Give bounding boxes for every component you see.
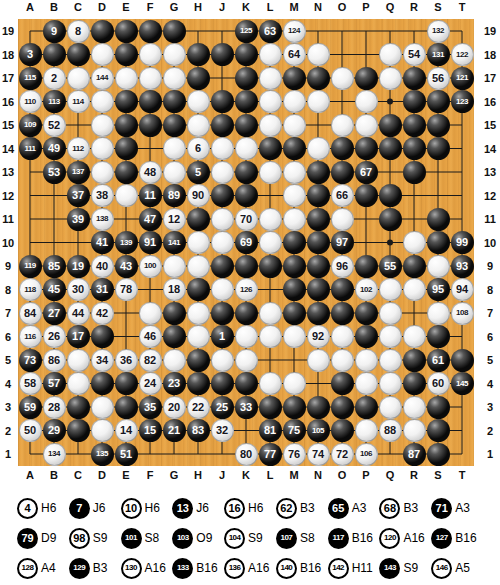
stone-K19: 125 — [235, 20, 258, 43]
move-number: 118 — [24, 286, 35, 294]
stone-M7 — [283, 302, 306, 325]
legend-stone: 133 — [172, 558, 193, 579]
stone-C16: 114 — [67, 90, 90, 113]
coord-label-top-S: S — [434, 1, 441, 13]
stone-G9 — [163, 255, 186, 278]
stone-O10: 97 — [331, 231, 354, 254]
move-number: 37 — [72, 190, 84, 201]
coord-label-right-12: 12 — [484, 190, 496, 202]
stone-J11 — [211, 208, 234, 231]
move-number: 106 — [360, 450, 372, 458]
coord-label-top-B: B — [50, 1, 58, 13]
stone-J3: 25 — [211, 396, 234, 419]
stone-L17 — [259, 67, 282, 90]
stone-S4: 60 — [427, 372, 450, 395]
stone-F7 — [139, 302, 162, 325]
legend-entry: 143S9 — [379, 558, 431, 579]
move-number: 121 — [456, 74, 468, 82]
move-number: 8 — [75, 26, 81, 37]
legend-coord: B16 — [300, 561, 321, 575]
move-number: 31 — [96, 284, 108, 295]
stone-N6: 92 — [307, 325, 330, 348]
stone-Q12 — [379, 184, 402, 207]
stone-G11: 12 — [163, 208, 186, 231]
stone-B2: 29 — [43, 419, 66, 442]
stone-B4: 57 — [43, 372, 66, 395]
legend-entry: 101S8 — [121, 528, 173, 549]
legend-coord: D9 — [41, 531, 56, 545]
stone-D1: 135 — [91, 443, 114, 466]
move-number: 58 — [24, 378, 36, 389]
stone-K14 — [235, 137, 258, 160]
stone-F19 — [139, 20, 162, 43]
stone-L18 — [259, 43, 282, 66]
legend-coord: S8 — [300, 531, 315, 545]
stone-D18 — [91, 43, 114, 66]
go-game-diagram: 9812563124132364541311221152144561211101… — [0, 0, 500, 585]
stone-K5 — [235, 349, 258, 372]
stone-D9: 40 — [91, 255, 114, 278]
stone-L4 — [259, 372, 282, 395]
stone-C6: 17 — [67, 325, 90, 348]
move-number: 21 — [168, 425, 180, 436]
stone-F11: 47 — [139, 208, 162, 231]
stone-B1: 134 — [43, 443, 66, 466]
move-number: 1 — [219, 331, 225, 342]
stone-G4: 23 — [163, 372, 186, 395]
stone-M2: 75 — [283, 419, 306, 442]
stone-M3 — [283, 396, 306, 419]
legend-entry: 10H6 — [121, 498, 173, 519]
move-number: 90 — [192, 190, 204, 201]
legend-entry: 129B3 — [69, 558, 121, 579]
go-board[interactable]: 9812563124132364541311221152144561211101… — [18, 19, 474, 466]
stone-E2: 14 — [115, 419, 138, 442]
stone-R5 — [403, 349, 426, 372]
legend-coord: S8 — [145, 531, 160, 545]
move-number: 36 — [120, 355, 132, 366]
stone-R14 — [403, 137, 426, 160]
move-number: 124 — [288, 27, 300, 35]
stone-M14 — [283, 137, 306, 160]
stone-A3: 59 — [19, 396, 42, 419]
coord-label-right-4: 4 — [487, 378, 493, 390]
coord-label-left-15: 15 — [2, 119, 14, 131]
legend-coord: B16 — [455, 531, 476, 545]
legend-stone: 4 — [17, 498, 38, 519]
stone-P1: 106 — [355, 443, 378, 466]
move-number: 113 — [48, 98, 59, 106]
legend-stone: 117 — [328, 528, 349, 549]
stone-C19: 8 — [67, 20, 90, 43]
legend-entry: 136A16 — [224, 558, 276, 579]
coord-label-left-3: 3 — [5, 401, 11, 413]
legend-entry: 140B16 — [276, 558, 328, 579]
stone-E10: 139 — [115, 231, 138, 254]
move-number: 11 — [144, 190, 156, 201]
stone-J5 — [211, 349, 234, 372]
stone-J16 — [211, 90, 234, 113]
stone-D16 — [91, 90, 114, 113]
stone-J9 — [211, 255, 234, 278]
move-number: 132 — [432, 27, 444, 35]
stone-K18 — [235, 43, 258, 66]
stone-O17 — [331, 67, 354, 90]
stone-Q6 — [379, 325, 402, 348]
coord-label-bottom-J: J — [219, 469, 225, 481]
stone-O4 — [331, 372, 354, 395]
stone-P13: 67 — [355, 161, 378, 184]
legend-entry: 4H6 — [17, 498, 69, 519]
stone-H3: 22 — [187, 396, 210, 419]
stone-D13 — [91, 161, 114, 184]
coord-label-bottom-G: G — [170, 469, 179, 481]
stone-M16 — [283, 90, 306, 113]
legend-entry: 130A16 — [121, 558, 173, 579]
coord-label-left-1: 1 — [5, 448, 11, 460]
stone-R15 — [403, 114, 426, 137]
stone-J6: 1 — [211, 325, 234, 348]
move-number: 85 — [48, 261, 60, 272]
move-number: 28 — [48, 402, 60, 413]
legend-coord: B16 — [352, 531, 373, 545]
move-number: 134 — [48, 450, 60, 458]
stone-O8 — [331, 278, 354, 301]
coord-label-left-9: 9 — [5, 260, 11, 272]
stone-R2 — [403, 419, 426, 442]
legend-coord: B3 — [403, 501, 418, 515]
coord-label-bottom-O: O — [338, 469, 347, 481]
stone-Q9: 55 — [379, 255, 402, 278]
stone-Q5 — [379, 349, 402, 372]
coord-label-left-7: 7 — [5, 307, 11, 319]
move-number: 32 — [216, 425, 228, 436]
move-number: 29 — [48, 425, 60, 436]
move-number: 110 — [24, 98, 35, 106]
stone-N5 — [307, 349, 330, 372]
stone-R1: 87 — [403, 443, 426, 466]
stone-M9 — [283, 255, 306, 278]
coord-label-top-K: K — [242, 1, 250, 13]
legend-stone: 10 — [121, 498, 142, 519]
stone-M1: 76 — [283, 443, 306, 466]
stone-J10 — [211, 231, 234, 254]
stone-L7 — [259, 302, 282, 325]
stone-G16 — [163, 90, 186, 113]
stone-D5: 34 — [91, 349, 114, 372]
legend-coord: H6 — [41, 501, 56, 515]
legend-stone: 146 — [431, 558, 452, 579]
coord-label-bottom-T: T — [459, 469, 466, 481]
stone-F16 — [139, 90, 162, 113]
stone-E9: 43 — [115, 255, 138, 278]
move-number: 5 — [195, 167, 201, 178]
stone-N14 — [307, 137, 330, 160]
stone-P17 — [355, 67, 378, 90]
stone-S14 — [427, 137, 450, 160]
stone-E15 — [115, 114, 138, 137]
stone-D11: 138 — [91, 208, 114, 231]
stone-R16 — [403, 90, 426, 113]
move-number: 51 — [120, 449, 132, 460]
stone-O2 — [331, 419, 354, 442]
stone-G12: 89 — [163, 184, 186, 207]
move-number: 78 — [120, 284, 132, 295]
move-number: 99 — [456, 237, 468, 248]
stone-K8: 126 — [235, 278, 258, 301]
stone-T5 — [451, 349, 474, 372]
move-number: 116 — [24, 333, 35, 341]
legend-entry: 62B3 — [276, 498, 328, 519]
stone-N2: 105 — [307, 419, 330, 442]
move-number: 18 — [168, 284, 180, 295]
stone-B7: 27 — [43, 302, 66, 325]
stone-E16 — [115, 90, 138, 113]
stone-C14: 112 — [67, 137, 90, 160]
stone-J14 — [211, 137, 234, 160]
move-number: 88 — [384, 425, 396, 436]
legend-coord: A16 — [145, 561, 166, 575]
legend-coord: H6 — [248, 501, 263, 515]
stone-A14: 111 — [19, 137, 42, 160]
move-number: 83 — [192, 425, 204, 436]
legend-entry: 107S8 — [276, 528, 328, 549]
stone-S17: 56 — [427, 67, 450, 90]
stone-M17 — [283, 67, 306, 90]
move-number: 119 — [24, 262, 35, 270]
legend-coord: A5 — [455, 561, 470, 575]
move-number: 105 — [312, 427, 324, 435]
stone-J4 — [211, 372, 234, 395]
stone-E12 — [115, 184, 138, 207]
stone-K10: 69 — [235, 231, 258, 254]
stone-O7 — [331, 302, 354, 325]
move-number: 94 — [456, 284, 468, 295]
move-number: 39 — [72, 214, 84, 225]
legend-coord: H6 — [145, 501, 160, 515]
stone-H18 — [187, 43, 210, 66]
stone-C9: 19 — [67, 255, 90, 278]
stone-T16: 123 — [451, 90, 474, 113]
coord-label-top-F: F — [147, 1, 154, 13]
coord-label-right-10: 10 — [484, 237, 496, 249]
stone-L3 — [259, 396, 282, 419]
stone-S6 — [427, 325, 450, 348]
move-number: 42 — [96, 308, 108, 319]
stone-O1: 72 — [331, 443, 354, 466]
coord-label-top-R: R — [410, 1, 418, 13]
coord-label-left-14: 14 — [2, 143, 14, 155]
coord-label-left-6: 6 — [5, 331, 11, 343]
stone-F2: 15 — [139, 419, 162, 442]
move-number: 55 — [384, 261, 396, 272]
stone-N10 — [307, 231, 330, 254]
move-number: 76 — [288, 449, 300, 460]
coord-label-right-16: 16 — [484, 96, 496, 108]
stone-J7 — [211, 302, 234, 325]
stone-K13 — [235, 161, 258, 184]
move-number: 73 — [24, 355, 36, 366]
legend-row-3: 128A4129B3130A16133B16136A16140B16142H11… — [17, 553, 483, 583]
stone-H8 — [187, 278, 210, 301]
stone-R6 — [403, 325, 426, 348]
stone-B5: 86 — [43, 349, 66, 372]
move-number: 69 — [240, 237, 252, 248]
stone-D4 — [91, 372, 114, 395]
legend-stone: 98 — [69, 528, 90, 549]
legend-stone: 127 — [431, 528, 452, 549]
move-number: 74 — [312, 449, 324, 460]
stone-N13 — [307, 161, 330, 184]
move-number: 48 — [144, 167, 156, 178]
stone-T17: 121 — [451, 67, 474, 90]
move-number: 57 — [48, 378, 60, 389]
stone-Q14 — [379, 137, 402, 160]
stone-T8: 94 — [451, 278, 474, 301]
stone-F13: 48 — [139, 161, 162, 184]
stone-L13 — [259, 161, 282, 184]
stone-P12 — [355, 184, 378, 207]
stone-O15 — [331, 114, 354, 137]
stone-M18: 64 — [283, 43, 306, 66]
move-number: 49 — [48, 143, 60, 154]
stone-L19: 63 — [259, 20, 282, 43]
coord-label-right-5: 5 — [487, 354, 493, 366]
legend-entry: 7J6 — [69, 498, 121, 519]
move-number: 109 — [24, 121, 36, 129]
stone-K7 — [235, 302, 258, 325]
move-number: 145 — [456, 380, 468, 388]
coord-label-bottom-K: K — [242, 469, 250, 481]
move-number: 33 — [240, 402, 252, 413]
coord-label-left-17: 17 — [2, 72, 14, 84]
stone-P2 — [355, 419, 378, 442]
stone-N3 — [307, 396, 330, 419]
coord-label-top-L: L — [267, 1, 274, 13]
stone-N9 — [307, 255, 330, 278]
legend-stone: 65 — [328, 498, 349, 519]
stone-D8: 31 — [91, 278, 114, 301]
stone-F10: 91 — [139, 231, 162, 254]
stone-D19 — [91, 20, 114, 43]
stone-L6 — [259, 325, 282, 348]
stone-E19 — [115, 20, 138, 43]
move-number: 64 — [288, 49, 300, 60]
move-number: 67 — [360, 167, 372, 178]
stone-S3 — [427, 396, 450, 419]
move-number: 86 — [48, 355, 60, 366]
legend-entry: 120A16 — [379, 528, 431, 549]
stone-F5: 82 — [139, 349, 162, 372]
legend-coord: J6 — [196, 501, 209, 515]
stone-H7 — [187, 302, 210, 325]
coord-label-top-E: E — [122, 1, 129, 13]
stone-K11: 70 — [235, 208, 258, 231]
legend-entry: 146A5 — [431, 558, 483, 579]
move-number: 2 — [51, 73, 57, 84]
legend-entry: 127B16 — [431, 528, 483, 549]
legend-stone: 120 — [379, 528, 400, 549]
coord-label-left-2: 2 — [5, 425, 11, 437]
move-number: 82 — [144, 355, 156, 366]
stone-J2: 32 — [211, 419, 234, 442]
coord-label-left-13: 13 — [2, 166, 14, 178]
stone-P16 — [355, 90, 378, 113]
move-number: 84 — [24, 308, 36, 319]
stone-P15 — [355, 114, 378, 137]
coord-label-top-D: D — [98, 1, 106, 13]
legend-entry: 128A4 — [17, 558, 69, 579]
stone-G8: 18 — [163, 278, 186, 301]
move-legend: 4H67J610H613J616H662B365A368B371A379D998… — [17, 493, 483, 583]
move-number: 137 — [72, 168, 84, 176]
stone-E4 — [115, 372, 138, 395]
stone-C4 — [67, 372, 90, 395]
stone-C18 — [67, 43, 90, 66]
stone-L11 — [259, 208, 282, 231]
stone-M19: 124 — [283, 20, 306, 43]
stone-K16 — [235, 90, 258, 113]
stone-G18 — [163, 43, 186, 66]
stone-P4 — [355, 372, 378, 395]
stone-P9 — [355, 255, 378, 278]
stone-Q15 — [379, 114, 402, 137]
legend-stone: 107 — [276, 528, 297, 549]
stone-H13: 5 — [187, 161, 210, 184]
coord-label-left-5: 5 — [5, 354, 11, 366]
legend-coord: H11 — [352, 561, 373, 575]
move-number: 50 — [24, 425, 36, 436]
move-number: 100 — [144, 262, 156, 270]
legend-coord: S9 — [248, 531, 263, 545]
stone-O3 — [331, 396, 354, 419]
move-number: 59 — [24, 402, 36, 413]
move-number: 40 — [96, 261, 108, 272]
stone-M10 — [283, 231, 306, 254]
legend-stone: 7 — [69, 498, 90, 519]
stone-L14 — [259, 137, 282, 160]
stone-O5 — [331, 349, 354, 372]
move-number: 44 — [72, 308, 84, 319]
stone-S8: 95 — [427, 278, 450, 301]
stone-L15 — [259, 114, 282, 137]
legend-stone: 103 — [172, 528, 193, 549]
legend-entry: 142H11 — [328, 558, 380, 579]
stone-E5: 36 — [115, 349, 138, 372]
stone-D17: 144 — [91, 67, 114, 90]
legend-entry: 103O9 — [172, 528, 224, 549]
stone-M15 — [283, 114, 306, 137]
stone-J8 — [211, 278, 234, 301]
stone-D14 — [91, 137, 114, 160]
move-number: 123 — [456, 98, 468, 106]
coord-label-top-P: P — [362, 1, 369, 13]
stone-S15 — [427, 114, 450, 137]
stone-B6: 26 — [43, 325, 66, 348]
legend-stone: 142 — [328, 558, 349, 579]
stone-E18 — [115, 43, 138, 66]
legend-coord: S9 — [93, 531, 108, 545]
move-number: 60 — [432, 378, 444, 389]
stone-T9: 93 — [451, 255, 474, 278]
legend-entry: 71A3 — [431, 498, 483, 519]
stone-K4 — [235, 372, 258, 395]
stone-P6 — [355, 325, 378, 348]
coord-label-bottom-R: R — [410, 469, 418, 481]
stone-J15 — [211, 114, 234, 137]
stone-S5: 61 — [427, 349, 450, 372]
legend-stone: 129 — [69, 558, 90, 579]
